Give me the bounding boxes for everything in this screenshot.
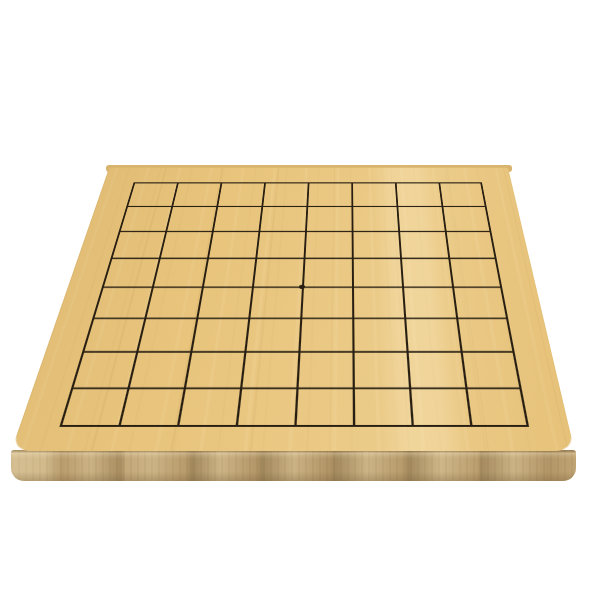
board-front-edge [11,450,576,481]
go-board [11,168,575,451]
stones-layer [59,182,529,427]
go-grid [59,182,529,427]
scene: Overhead-angle photo of an empty 9x9 woo… [0,0,600,600]
